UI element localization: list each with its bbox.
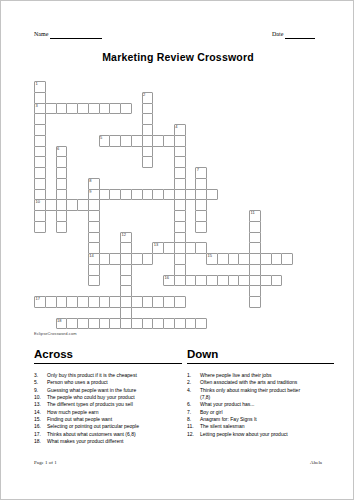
grid-cell[interactable] [217, 275, 229, 287]
clue-item: 7.Boy or girl [187, 409, 334, 416]
clue-item: 11.The silent salesman [187, 423, 334, 430]
clue-number: 6 [57, 147, 59, 151]
clue-item-number: 13. [34, 401, 47, 408]
clue-number: 1 [36, 82, 38, 86]
clue-number: 11 [251, 211, 255, 215]
grid-cell[interactable] [174, 275, 186, 287]
crossword-grid: 123456789101112131415161718 [34, 81, 294, 330]
clue-item: 9.Guessing what people want in the futur… [34, 387, 182, 394]
page-footer: Page 1 of 1 Abela [34, 460, 322, 468]
clue-item: 3.Only buy this product if it is the che… [34, 372, 182, 379]
grid-cell[interactable]: 7 [195, 167, 207, 179]
clue-number: 18 [57, 319, 61, 323]
grid-cell[interactable] [120, 264, 132, 276]
grid-cell[interactable] [174, 178, 186, 190]
grid-cell[interactable] [34, 124, 46, 136]
clue-number: 17 [36, 297, 40, 301]
grid-cell[interactable] [195, 210, 207, 222]
clue-item-text: Thinks only about making their product b… [200, 387, 334, 402]
grid-cell[interactable]: 17 [34, 296, 46, 308]
clue-item-text: What makes your product different [47, 438, 182, 445]
clue-item: 18.What makes your product different [34, 438, 182, 445]
author: Abela [310, 460, 322, 465]
clue-item-text: Thinks about what customers want (6,8) [47, 431, 182, 438]
clue-number: 15 [208, 254, 212, 258]
clue-item-text: The people who could buy your product [47, 394, 182, 401]
clue-item-text: Letting people know about your product [200, 431, 334, 438]
grid-cell[interactable] [77, 199, 89, 211]
clue-item-number: 17. [34, 431, 47, 438]
grid-cell[interactable] [56, 221, 68, 233]
grid-cell[interactable] [195, 178, 207, 190]
clue-item-text: Person who uses a product [47, 379, 182, 386]
grid-cell[interactable] [131, 253, 143, 265]
grid-cell[interactable] [142, 156, 154, 168]
clue-number: 10 [36, 200, 40, 204]
grid-cell[interactable] [174, 296, 186, 308]
clue-item-number: 5. [34, 379, 47, 386]
grid-cell[interactable] [174, 253, 186, 265]
grid-cell[interactable]: 11 [249, 210, 261, 222]
grid-cell[interactable] [142, 124, 154, 136]
grid-cell[interactable] [249, 221, 261, 233]
grid-cell[interactable] [142, 253, 154, 265]
clue-number: 4 [175, 125, 177, 129]
clue-item-text: Only buy this product if it is the cheap… [47, 372, 182, 379]
grid-cell[interactable] [34, 135, 46, 147]
grid-cell[interactable] [45, 296, 57, 308]
grid-cell[interactable]: 14 [88, 253, 100, 265]
clue-number: 7 [197, 168, 199, 172]
grid-cell[interactable] [217, 253, 229, 265]
clue-item: 15.Finding out what people want [34, 416, 182, 423]
grid-cell[interactable] [120, 253, 132, 265]
page-title: Marketing Review Crossword [1, 51, 354, 63]
grid-cell[interactable] [56, 178, 68, 190]
name-blank-line[interactable] [50, 38, 102, 39]
grid-cell[interactable] [77, 103, 89, 115]
clue-item-number: 15. [34, 416, 47, 423]
grid-cell[interactable] [174, 167, 186, 179]
clue-number: 14 [89, 254, 93, 258]
clue-item-number: 18. [34, 438, 47, 445]
clue-item: 8.Anagram for: Fay Signs It [187, 416, 334, 423]
clue-item-text: Boy or girl [200, 409, 334, 416]
down-heading: Down [187, 348, 334, 364]
clue-item: 6.What your product has... [187, 401, 334, 408]
grid-cell[interactable] [45, 103, 57, 115]
clue-item-text: Anagram for: Fay Signs It [200, 416, 334, 423]
grid-cell[interactable] [88, 296, 100, 308]
grid-cell[interactable] [34, 221, 46, 233]
clue-item-text: Guessing what people want in the future [47, 387, 182, 394]
clue-item-number: 6. [187, 401, 200, 408]
grid-cell[interactable] [77, 318, 89, 330]
grid-cell[interactable] [45, 199, 57, 211]
worksheet-page: Name Date Marketing Review Crossword 123… [0, 0, 354, 500]
clue-item: 1.Where people live and their jobs [187, 372, 334, 379]
grid-cell[interactable] [34, 178, 46, 190]
grid-cell[interactable] [174, 210, 186, 222]
grid-cell[interactable]: 1 [34, 81, 46, 93]
clue-item-number: 11. [187, 423, 200, 430]
clue-item-text: Often associated with the arts and tradi… [200, 379, 334, 386]
grid-cell[interactable] [249, 264, 261, 276]
clue-item: 14.How much people earn [34, 409, 182, 416]
grid-cell[interactable] [34, 92, 46, 104]
name-date-row: Name Date [34, 31, 322, 41]
clue-item-number: 2. [187, 379, 200, 386]
clue-number: 5 [100, 136, 102, 140]
grid-cell[interactable] [131, 296, 143, 308]
clue-item-number: 4. [187, 387, 200, 402]
grid-cell[interactable] [88, 264, 100, 276]
clue-item-text: How much people earn [47, 409, 182, 416]
clue-item-text: What your product has... [200, 401, 334, 408]
grid-cell[interactable] [174, 135, 186, 147]
grid-cell[interactable] [77, 296, 89, 308]
grid-cell[interactable] [260, 253, 272, 265]
grid-cell[interactable] [163, 189, 175, 201]
clue-item-number: 10. [34, 394, 47, 401]
date-blank-line[interactable] [285, 38, 315, 39]
grid-cell[interactable]: 4 [174, 124, 186, 136]
grid-cell[interactable] [56, 167, 68, 179]
down-section: Down 1.Where people live and their jobs2… [187, 348, 334, 438]
grid-cell[interactable] [56, 210, 68, 222]
grid-cell[interactable]: 8 [88, 178, 100, 190]
clue-item: 4.Thinks only about making their product… [187, 387, 334, 402]
page-number: Page 1 of 1 [34, 460, 57, 465]
grid-cell[interactable] [34, 210, 46, 222]
grid-cell[interactable] [206, 275, 218, 287]
clue-number: 13 [154, 243, 158, 247]
across-heading: Across [34, 348, 182, 364]
grid-cell[interactable] [163, 135, 175, 147]
clue-item: 10.The people who could buy your product [34, 394, 182, 401]
clue-item-text: The different types of products you sell [47, 401, 182, 408]
clue-number: 16 [165, 276, 169, 280]
grid-cell[interactable] [195, 242, 207, 254]
grid-cell[interactable] [271, 275, 283, 287]
date-label: Date [272, 31, 283, 37]
grid-cell[interactable] [88, 221, 100, 233]
grid-cell[interactable] [88, 318, 100, 330]
down-clue-list: 1.Where people live and their jobs2.Ofte… [187, 372, 334, 438]
clue-item-number: 9. [34, 387, 47, 394]
clue-item-number: 7. [187, 409, 200, 416]
grid-cell[interactable] [195, 221, 207, 233]
grid-cell[interactable]: 15 [206, 253, 218, 265]
grid-cell[interactable] [281, 253, 293, 265]
clue-item-number: 14. [34, 409, 47, 416]
grid-cell[interactable] [120, 318, 132, 330]
grid-cell[interactable] [88, 275, 100, 287]
clue-item: 2.Often associated with the arts and tra… [187, 379, 334, 386]
grid-cell[interactable] [174, 221, 186, 233]
clue-item-text: Finding out what people want [47, 416, 182, 423]
grid-cell[interactable]: 16 [163, 275, 175, 287]
grid-cell[interactable] [120, 189, 132, 201]
grid-cell[interactable] [34, 167, 46, 179]
clue-item-text: Selecting or pointing out particular peo… [47, 423, 182, 430]
grid-cell[interactable] [163, 296, 175, 308]
grid-cell[interactable] [120, 296, 132, 308]
grid-credit: EclipseCrossword.com [34, 331, 77, 336]
clue-number: 9 [89, 190, 91, 194]
clue-item-number: 8. [187, 416, 200, 423]
clue-number: 3 [36, 104, 38, 108]
grid-cell[interactable] [163, 242, 175, 254]
grid-cell[interactable] [131, 135, 143, 147]
name-label: Name [34, 31, 48, 37]
clue-number: 12 [122, 233, 126, 237]
grid-cell[interactable] [260, 275, 272, 287]
clue-item: 17.Thinks about what customers want (6,8… [34, 431, 182, 438]
grid-cell[interactable] [131, 189, 143, 201]
clue-item-number: 12. [187, 431, 200, 438]
clue-item-number: 1. [187, 372, 200, 379]
grid-cell[interactable] [120, 307, 132, 319]
clue-item-text: Where people live and their jobs [200, 372, 334, 379]
clue-item: 16.Selecting or pointing out particular … [34, 423, 182, 430]
grid-cell[interactable] [249, 296, 261, 308]
clue-item: 13.The different types of products you s… [34, 401, 182, 408]
across-section: Across 3.Only buy this product if it is … [34, 348, 182, 445]
clue-number: 8 [89, 179, 91, 183]
clue-item-text: The silent salesman [200, 423, 334, 430]
grid-cell[interactable] [249, 253, 261, 265]
grid-cell[interactable] [174, 264, 186, 276]
grid-cell[interactable]: 2 [142, 92, 154, 104]
grid-cell[interactable] [195, 318, 207, 330]
across-clue-list: 3.Only buy this product if it is the che… [34, 372, 182, 445]
grid-cell[interactable] [131, 318, 143, 330]
clue-item-number: 16. [34, 423, 47, 430]
grid-cell[interactable] [88, 210, 100, 222]
grid-cell[interactable] [163, 318, 175, 330]
clue-item-number: 3. [34, 372, 47, 379]
clue-item: 5.Person who uses a product [34, 379, 182, 386]
grid-cell[interactable] [88, 103, 100, 115]
clue-number: 2 [143, 93, 145, 97]
grid-cell[interactable] [120, 135, 132, 147]
grid-cell[interactable] [120, 103, 132, 115]
clue-item: 12.Letting people know about your produc… [187, 431, 334, 438]
grid-cell[interactable] [206, 189, 218, 201]
grid-cell[interactable] [174, 318, 186, 330]
